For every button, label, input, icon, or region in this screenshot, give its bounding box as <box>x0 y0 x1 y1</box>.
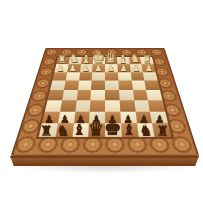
piece-white-pawn[interactable]: ♟ <box>82 65 90 74</box>
square-f6[interactable] <box>74 100 90 111</box>
square-h4[interactable] <box>50 81 65 90</box>
piece-white-pawn[interactable]: ♟ <box>107 65 115 74</box>
square-f4[interactable] <box>77 81 91 90</box>
piece-white-pawn[interactable]: ♟ <box>69 65 77 74</box>
square-h5[interactable] <box>47 90 63 100</box>
piece-black-queen[interactable]: ♛ <box>88 121 104 139</box>
piece-white-pawn[interactable]: ♟ <box>145 65 153 74</box>
square-g5[interactable] <box>61 90 77 100</box>
square-a5[interactable] <box>146 90 162 100</box>
square-c4[interactable] <box>118 81 132 90</box>
square-e5[interactable] <box>90 90 104 100</box>
piece-black-rook[interactable]: ♜ <box>157 125 169 139</box>
piece-black-knight[interactable]: ♞ <box>139 124 152 139</box>
piece-white-pawn[interactable]: ♟ <box>56 65 64 74</box>
square-a4[interactable] <box>144 81 159 90</box>
square-b6[interactable] <box>133 100 149 111</box>
piece-black-knight[interactable]: ♞ <box>56 124 69 139</box>
square-b5[interactable] <box>132 90 148 100</box>
square-g4[interactable] <box>63 81 78 90</box>
square-b4[interactable] <box>131 81 146 90</box>
square-f5[interactable] <box>76 90 91 100</box>
square-c6[interactable] <box>119 100 135 111</box>
piece-black-king[interactable]: ♚ <box>104 119 122 139</box>
board-front-edge <box>10 156 199 166</box>
square-h6[interactable] <box>44 100 61 111</box>
piece-black-rook[interactable]: ♜ <box>40 125 52 139</box>
square-d6[interactable] <box>105 100 120 111</box>
square-c5[interactable] <box>118 90 133 100</box>
piece-white-pawn[interactable]: ♟ <box>132 65 140 74</box>
piece-white-pawn[interactable]: ♟ <box>94 65 102 74</box>
square-a6[interactable] <box>148 100 165 111</box>
square-g6[interactable] <box>59 100 75 111</box>
board-edge-seam <box>10 156 199 158</box>
piece-white-pawn[interactable]: ♟ <box>120 65 128 74</box>
piece-black-bishop[interactable]: ♝ <box>73 123 87 139</box>
square-e6[interactable] <box>89 100 104 111</box>
piece-black-bishop[interactable]: ♝ <box>122 123 136 139</box>
square-e4[interactable] <box>91 81 105 90</box>
square-d4[interactable] <box>105 81 119 90</box>
product-photo-scene: ♜♞♝♚♛♝♞♜♟♟♟♟♟♟♟♟♟♟♟♟♟♟♟♟♜♞♝♛♚♝♞♜ <box>0 0 203 203</box>
square-d5[interactable] <box>105 90 119 100</box>
